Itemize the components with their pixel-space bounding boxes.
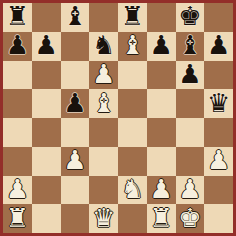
white-pawn-piece[interactable]: ♟ bbox=[149, 176, 172, 203]
square-h8[interactable] bbox=[204, 3, 233, 32]
square-g8[interactable]: ♚ bbox=[176, 3, 205, 32]
square-d6[interactable]: ♟ bbox=[89, 61, 118, 90]
white-bishop-piece[interactable]: ♝ bbox=[121, 32, 144, 59]
square-h1[interactable] bbox=[204, 204, 233, 233]
black-bishop-piece[interactable]: ♝ bbox=[63, 3, 86, 30]
black-pawn-piece[interactable]: ♟ bbox=[6, 32, 29, 59]
black-king-piece[interactable]: ♚ bbox=[178, 3, 201, 30]
white-rook-piece[interactable]: ♜ bbox=[149, 204, 172, 231]
square-b4[interactable] bbox=[32, 118, 61, 147]
square-e5[interactable] bbox=[118, 89, 147, 118]
black-rook-piece[interactable]: ♜ bbox=[121, 3, 144, 30]
square-c7[interactable] bbox=[61, 32, 90, 61]
square-a2[interactable]: ♟ bbox=[3, 176, 32, 205]
square-f8[interactable] bbox=[147, 3, 176, 32]
square-e6[interactable] bbox=[118, 61, 147, 90]
square-f5[interactable] bbox=[147, 89, 176, 118]
square-b7[interactable]: ♟ bbox=[32, 32, 61, 61]
square-g7[interactable]: ♝ bbox=[176, 32, 205, 61]
white-rook-piece[interactable]: ♜ bbox=[6, 204, 29, 231]
black-queen-piece[interactable]: ♛ bbox=[207, 89, 230, 116]
square-a8[interactable]: ♜ bbox=[3, 3, 32, 32]
white-queen-piece[interactable]: ♛ bbox=[92, 204, 115, 231]
square-c5[interactable]: ♟ bbox=[61, 89, 90, 118]
black-pawn-piece[interactable]: ♟ bbox=[34, 32, 57, 59]
white-king-piece[interactable]: ♚ bbox=[178, 204, 201, 231]
square-g5[interactable] bbox=[176, 89, 205, 118]
square-g6[interactable]: ♟ bbox=[176, 61, 205, 90]
black-pawn-piece[interactable]: ♟ bbox=[178, 61, 201, 88]
square-c2[interactable] bbox=[61, 176, 90, 205]
board-frame: ♜♝♜♚♟♟♞♝♟♝♟♟♟♟♝♛♟♟♟♞♟♟♜♛♜♚ bbox=[0, 0, 236, 236]
square-d7[interactable]: ♞ bbox=[89, 32, 118, 61]
square-d4[interactable] bbox=[89, 118, 118, 147]
white-pawn-piece[interactable]: ♟ bbox=[178, 176, 201, 203]
square-e7[interactable]: ♝ bbox=[118, 32, 147, 61]
square-c1[interactable] bbox=[61, 204, 90, 233]
square-e4[interactable] bbox=[118, 118, 147, 147]
square-b3[interactable] bbox=[32, 147, 61, 176]
black-bishop-piece[interactable]: ♝ bbox=[178, 32, 201, 59]
square-b2[interactable] bbox=[32, 176, 61, 205]
square-g2[interactable]: ♟ bbox=[176, 176, 205, 205]
square-b6[interactable] bbox=[32, 61, 61, 90]
square-e2[interactable]: ♞ bbox=[118, 176, 147, 205]
square-a5[interactable] bbox=[3, 89, 32, 118]
square-b1[interactable] bbox=[32, 204, 61, 233]
square-e8[interactable]: ♜ bbox=[118, 3, 147, 32]
white-bishop-piece[interactable]: ♝ bbox=[92, 89, 115, 116]
black-rook-piece[interactable]: ♜ bbox=[6, 3, 29, 30]
black-pawn-piece[interactable]: ♟ bbox=[63, 89, 86, 116]
square-h3[interactable]: ♟ bbox=[204, 147, 233, 176]
square-a3[interactable] bbox=[3, 147, 32, 176]
square-d5[interactable]: ♝ bbox=[89, 89, 118, 118]
square-f2[interactable]: ♟ bbox=[147, 176, 176, 205]
square-c4[interactable] bbox=[61, 118, 90, 147]
square-f6[interactable] bbox=[147, 61, 176, 90]
square-d8[interactable] bbox=[89, 3, 118, 32]
square-g1[interactable]: ♚ bbox=[176, 204, 205, 233]
square-g3[interactable] bbox=[176, 147, 205, 176]
square-f3[interactable] bbox=[147, 147, 176, 176]
square-g4[interactable] bbox=[176, 118, 205, 147]
square-h6[interactable] bbox=[204, 61, 233, 90]
white-pawn-piece[interactable]: ♟ bbox=[207, 147, 230, 174]
white-knight-piece[interactable]: ♞ bbox=[121, 176, 144, 203]
square-a7[interactable]: ♟ bbox=[3, 32, 32, 61]
square-f7[interactable]: ♟ bbox=[147, 32, 176, 61]
black-pawn-piece[interactable]: ♟ bbox=[207, 32, 230, 59]
square-h7[interactable]: ♟ bbox=[204, 32, 233, 61]
square-d1[interactable]: ♛ bbox=[89, 204, 118, 233]
black-knight-piece[interactable]: ♞ bbox=[92, 32, 115, 59]
square-a6[interactable] bbox=[3, 61, 32, 90]
white-pawn-piece[interactable]: ♟ bbox=[63, 147, 86, 174]
square-h2[interactable] bbox=[204, 176, 233, 205]
black-pawn-piece[interactable]: ♟ bbox=[149, 32, 172, 59]
square-e1[interactable] bbox=[118, 204, 147, 233]
square-a1[interactable]: ♜ bbox=[3, 204, 32, 233]
square-h4[interactable] bbox=[204, 118, 233, 147]
chess-board: ♜♝♜♚♟♟♞♝♟♝♟♟♟♟♝♛♟♟♟♞♟♟♜♛♜♚ bbox=[3, 3, 233, 233]
square-d2[interactable] bbox=[89, 176, 118, 205]
square-b5[interactable] bbox=[32, 89, 61, 118]
square-e3[interactable] bbox=[118, 147, 147, 176]
square-c6[interactable] bbox=[61, 61, 90, 90]
square-f1[interactable]: ♜ bbox=[147, 204, 176, 233]
square-h5[interactable]: ♛ bbox=[204, 89, 233, 118]
white-pawn-piece[interactable]: ♟ bbox=[6, 176, 29, 203]
square-c8[interactable]: ♝ bbox=[61, 3, 90, 32]
square-c3[interactable]: ♟ bbox=[61, 147, 90, 176]
square-f4[interactable] bbox=[147, 118, 176, 147]
square-b8[interactable] bbox=[32, 3, 61, 32]
square-a4[interactable] bbox=[3, 118, 32, 147]
white-pawn-piece[interactable]: ♟ bbox=[92, 61, 115, 88]
square-d3[interactable] bbox=[89, 147, 118, 176]
